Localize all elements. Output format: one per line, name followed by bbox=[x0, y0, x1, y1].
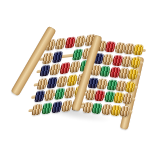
rod-slot bbox=[132, 44, 144, 56]
roller-abacus bbox=[10, 24, 150, 136]
roller-bead-yellow[interactable] bbox=[133, 44, 144, 56]
product-photo bbox=[0, 0, 160, 160]
